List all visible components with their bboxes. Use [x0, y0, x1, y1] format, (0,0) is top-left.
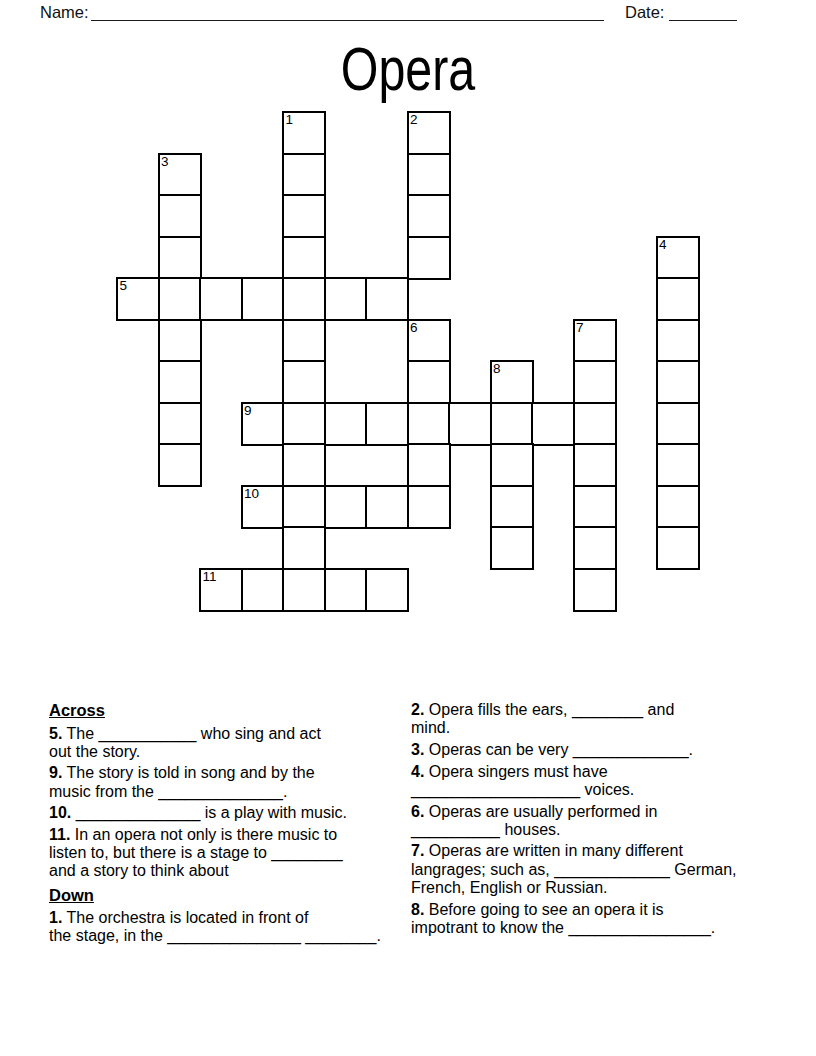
clue-down-8: 8. Before going to see an opera it is im…	[411, 901, 807, 937]
clue-number-3: 3	[161, 155, 169, 168]
grid-cell-r3c4[interactable]	[282, 236, 326, 280]
clue-number-label: 7.	[411, 842, 424, 859]
clue-down-3: 3. Operas can be very _____________.	[411, 741, 807, 759]
grid-cell-r7c9[interactable]	[490, 402, 534, 446]
grid-cell-r5c4[interactable]	[282, 319, 326, 363]
clue-across-9: 9. The story is told in song and by the …	[49, 764, 417, 800]
grid-cell-r11c11[interactable]	[573, 568, 617, 612]
clue-number-label: 2.	[411, 701, 424, 718]
clue-text: The orchestra is located in front of the…	[49, 909, 381, 944]
grid-cell-r11c4[interactable]	[282, 568, 326, 612]
grid-cell-r9c11[interactable]	[573, 485, 617, 529]
clue-number-label: 3.	[411, 741, 424, 758]
grid-cell-r11c3[interactable]	[241, 568, 285, 612]
clue-number-7: 7	[576, 321, 584, 334]
grid-cell-r8c13[interactable]	[656, 443, 700, 487]
clue-number-2: 2	[410, 113, 418, 126]
grid-cell-r9c6[interactable]	[365, 485, 409, 529]
grid-cell-r4c1[interactable]	[158, 277, 202, 321]
clue-text: Operas are written in many different lan…	[411, 842, 737, 895]
grid-cell-r11c5[interactable]	[324, 568, 368, 612]
grid-cell-r7c1[interactable]	[158, 402, 202, 446]
grid-cell-r6c1[interactable]	[158, 360, 202, 404]
grid-cell-r9c4[interactable]	[282, 485, 326, 529]
clue-down-4: 4. Opera singers must have _____________…	[411, 763, 807, 799]
clue-number-6: 6	[410, 321, 418, 334]
clue-down-1: 1. The orchestra is located in front of …	[49, 909, 417, 945]
clue-number-1: 1	[286, 113, 294, 126]
grid-cell-r4c6[interactable]	[365, 277, 409, 321]
grid-cell-r2c4[interactable]	[282, 194, 326, 238]
grid-cell-r7c7[interactable]	[407, 402, 451, 446]
grid-cell-r7c4[interactable]	[282, 402, 326, 446]
grid-cell-r8c4[interactable]	[282, 443, 326, 487]
grid-cell-r1c7[interactable]	[407, 153, 451, 197]
date-label: Date:	[625, 3, 664, 22]
grid-cell-r10c11[interactable]	[573, 526, 617, 570]
clue-number-label: 9.	[49, 764, 62, 781]
grid-cell-r7c11[interactable]	[573, 402, 617, 446]
clue-across-5: 5. The ___________ who sing and act out …	[49, 725, 417, 761]
clue-down-7: 7. Operas are written in many different …	[411, 842, 807, 897]
clue-text: In an opera not only is there music to l…	[49, 826, 343, 879]
clue-number-10: 10	[244, 487, 259, 500]
grid-cell-r6c7[interactable]	[407, 360, 451, 404]
down-heading: Down	[49, 886, 417, 905]
grid-cell-r2c7[interactable]	[407, 194, 451, 238]
clue-text: The story is told in song and by the mus…	[49, 764, 315, 799]
down-clue-list-left: 1. The orchestra is located in front of …	[49, 909, 417, 945]
grid-cell-r7c8[interactable]	[448, 402, 492, 446]
date-input-line[interactable]	[669, 20, 737, 22]
across-clue-list: 5. The ___________ who sing and act out …	[49, 725, 417, 881]
clue-down-6: 6. Operas are usually performed in _____…	[411, 803, 807, 839]
clue-text: Operas are usually performed in ________…	[411, 803, 657, 838]
clue-column-left: Across 5. The ___________ who sing and a…	[49, 701, 417, 949]
grid-cell-r11c6[interactable]	[365, 568, 409, 612]
clue-number-label: 8.	[411, 901, 424, 918]
grid-cell-r4c13[interactable]	[656, 277, 700, 321]
grid-cell-r7c10[interactable]	[531, 402, 575, 446]
grid-cell-r3c7[interactable]	[407, 236, 451, 280]
grid-cell-r3c1[interactable]	[158, 236, 202, 280]
clue-text: Operas can be very _____________.	[424, 741, 693, 758]
puzzle-title: Opera	[90, 36, 726, 102]
grid-cell-r6c4[interactable]	[282, 360, 326, 404]
clue-down-2: 2. Opera fills the ears, ________ and mi…	[411, 701, 807, 737]
grid-cell-r10c13[interactable]	[656, 526, 700, 570]
grid-cell-r9c13[interactable]	[656, 485, 700, 529]
clue-number-label: 6.	[411, 803, 424, 820]
grid-cell-r7c5[interactable]	[324, 402, 368, 446]
grid-cell-r9c5[interactable]	[324, 485, 368, 529]
name-input-line[interactable]	[91, 20, 604, 22]
across-heading: Across	[49, 701, 417, 720]
grid-cell-r6c11[interactable]	[573, 360, 617, 404]
clue-number-label: 5.	[49, 725, 62, 742]
grid-cell-r9c7[interactable]	[407, 485, 451, 529]
crossword-grid: 1234567891011	[116, 111, 701, 611]
down-clue-list-right: 2. Opera fills the ears, ________ and mi…	[411, 701, 807, 937]
name-label: Name:	[40, 3, 89, 22]
clue-number-11: 11	[203, 570, 217, 583]
clue-number-5: 5	[120, 279, 128, 292]
clue-number-label: 4.	[411, 763, 424, 780]
clue-text: ______________ is a play with music.	[71, 804, 347, 821]
grid-cell-r4c3[interactable]	[241, 277, 285, 321]
clue-number-label: 11.	[49, 826, 70, 843]
clue-column-right: 2. Opera fills the ears, ________ and mi…	[411, 701, 807, 940]
clue-text: The ___________ who sing and act out the…	[49, 725, 321, 760]
grid-cell-r4c4[interactable]	[282, 277, 326, 321]
clue-text: Opera singers must have ________________…	[411, 763, 634, 798]
grid-cell-r8c1[interactable]	[158, 443, 202, 487]
clue-number-8: 8	[493, 362, 501, 375]
grid-cell-r2c1[interactable]	[158, 194, 202, 238]
grid-cell-r4c2[interactable]	[199, 277, 243, 321]
grid-cell-r5c13[interactable]	[656, 319, 700, 363]
clue-number-9: 9	[244, 404, 252, 417]
clue-across-10: 10. ______________ is a play with music.	[49, 804, 417, 822]
grid-cell-r5c1[interactable]	[158, 319, 202, 363]
grid-cell-r1c4[interactable]	[282, 153, 326, 197]
clue-text: Opera fills the ears, ________ and mind.	[411, 701, 674, 736]
clue-number-4: 4	[659, 238, 667, 251]
grid-cell-r8c7[interactable]	[407, 443, 451, 487]
clue-number-label: 10.	[49, 804, 71, 821]
clue-number-label: 1.	[49, 909, 62, 926]
grid-cell-r8c11[interactable]	[573, 443, 617, 487]
grid-cell-r8c9[interactable]	[490, 443, 534, 487]
crossword-worksheet-page: Name: Date: Opera 1234567891011 Across 5…	[0, 0, 816, 1056]
grid-cell-r9c9[interactable]	[490, 485, 534, 529]
clue-across-11: 11. In an opera not only is there music …	[49, 826, 417, 881]
grid-cell-r7c13[interactable]	[656, 402, 700, 446]
grid-cell-r10c4[interactable]	[282, 526, 326, 570]
clue-text: Before going to see an opera it is impot…	[411, 901, 715, 936]
grid-cell-r10c9[interactable]	[490, 526, 534, 570]
grid-cell-r4c5[interactable]	[324, 277, 368, 321]
grid-cell-r7c6[interactable]	[365, 402, 409, 446]
grid-cell-r6c13[interactable]	[656, 360, 700, 404]
